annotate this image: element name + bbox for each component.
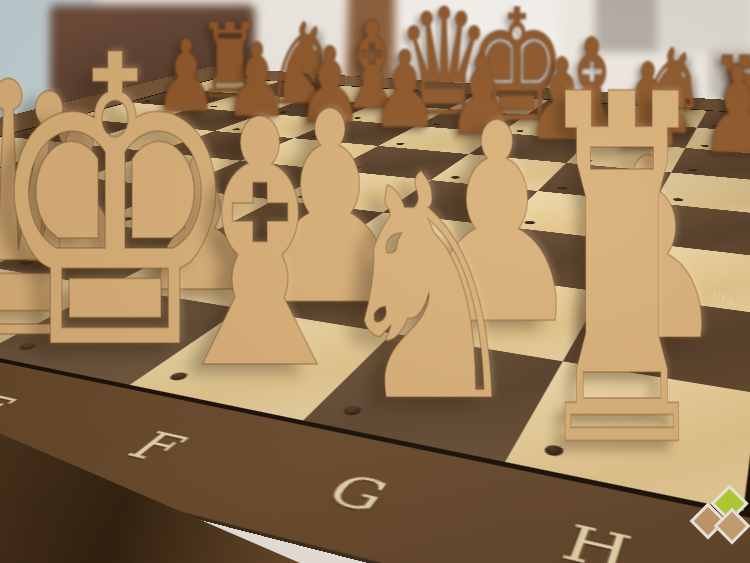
chess-board: ABCDEFGH xyxy=(0,67,750,563)
board-scene: ABCDEFGH xyxy=(0,0,750,563)
chess-photo: ABCDEFGH Sta ♜♞♝♛♚♝♞♜♟♟♟♟♟♟♟♟♟♟♟♟♟♟♟♟♜♞♝… xyxy=(0,0,750,563)
logo-watermark xyxy=(694,489,750,551)
